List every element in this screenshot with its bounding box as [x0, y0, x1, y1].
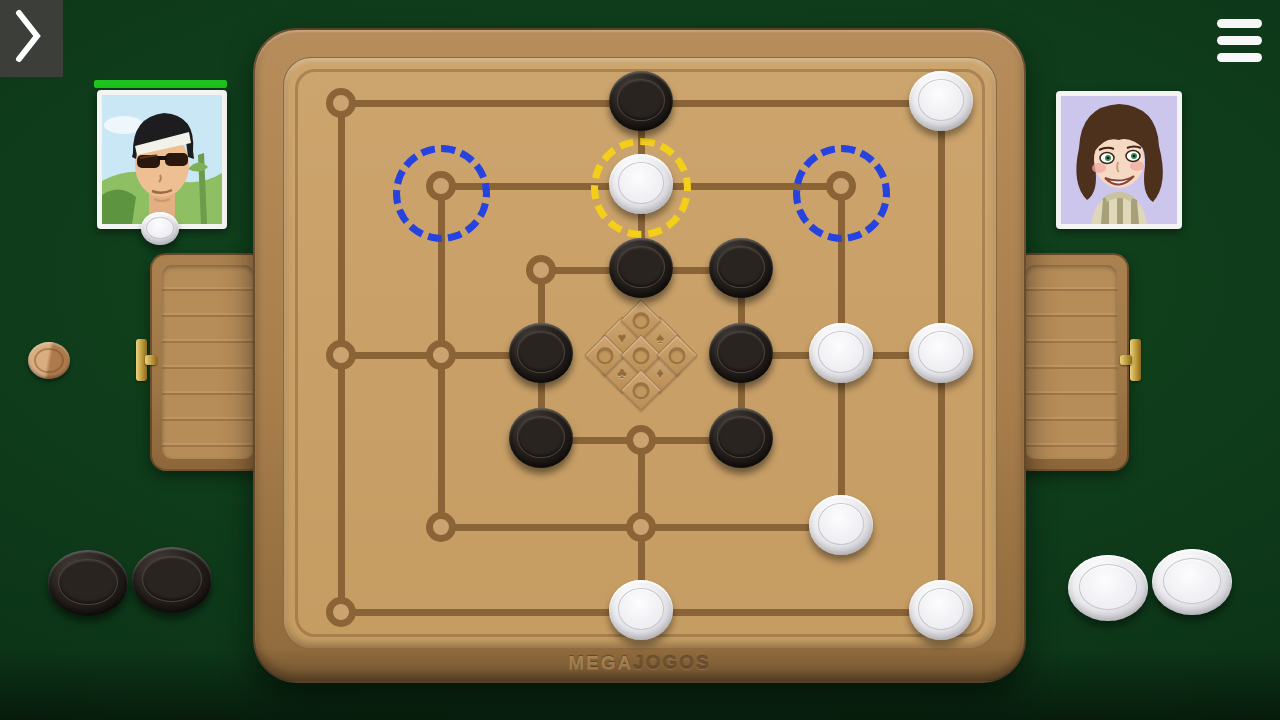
ornament-hole [629, 378, 653, 402]
captured-black-piece [132, 547, 212, 613]
captured-white-piece [1152, 549, 1232, 615]
hamburger-icon-bar [1217, 53, 1262, 62]
board-surface: ♥♠♣♦ [283, 57, 997, 649]
piece-face [142, 556, 201, 603]
piece-face [818, 331, 864, 372]
left-player-color-indicator-white-piece [141, 212, 179, 245]
piece-face [918, 588, 964, 629]
white-piece-g1[interactable] [909, 580, 973, 640]
ornament-hole [593, 343, 617, 367]
black-piece-c3[interactable] [509, 408, 573, 468]
black-piece-e5[interactable] [709, 238, 773, 298]
black-piece-e3[interactable] [709, 408, 773, 468]
piece-face [717, 416, 764, 459]
point-a4[interactable] [326, 340, 356, 370]
ornament-hole [629, 343, 653, 367]
hamburger-icon-bar [1217, 36, 1262, 45]
piece-face [818, 503, 864, 544]
back-chevron-icon [0, 0, 63, 77]
piece-face [617, 79, 664, 122]
piece-face [717, 246, 764, 289]
point-f6[interactable] [826, 171, 856, 201]
black-piece-e4[interactable] [709, 323, 773, 383]
point-b2[interactable] [426, 512, 456, 542]
menu-button[interactable] [1213, 15, 1267, 69]
board-logo: MEGAJOGOS [255, 652, 1024, 674]
right-tray-surface [1025, 265, 1117, 459]
point-a7[interactable] [326, 88, 356, 118]
suit-glyph: ♥ [618, 330, 627, 345]
ornament-hole [665, 343, 689, 367]
white-piece-f4[interactable] [809, 323, 873, 383]
piece-face [517, 331, 564, 374]
morris-board: ♥♠♣♦ MEGAJOGOS [253, 28, 1026, 683]
suit-glyph: ♠ [656, 330, 664, 345]
left-player-avatar[interactable] [97, 90, 227, 229]
unused-tan-piece [28, 342, 70, 379]
captured-black-piece [48, 550, 128, 616]
suit-glyph: ♦ [656, 365, 664, 380]
black-piece-d5[interactable] [609, 238, 673, 298]
left-player-timer-bar [94, 80, 227, 88]
white-piece-d6[interactable] [609, 154, 673, 214]
piece-face [1079, 564, 1137, 610]
black-piece-d7[interactable] [609, 71, 673, 131]
piece-face [618, 588, 664, 629]
piece-face [34, 348, 63, 374]
piece-face [618, 162, 664, 203]
piece-face [517, 416, 564, 459]
point-b6[interactable] [426, 171, 456, 201]
left-tray-surface [162, 265, 254, 459]
timer-fill [94, 80, 227, 88]
piece-face [617, 246, 664, 289]
white-piece-f2[interactable] [809, 495, 873, 555]
piece-face [1163, 558, 1221, 604]
piece-face [918, 331, 964, 372]
point-c5[interactable] [526, 255, 556, 285]
piece-face [146, 217, 173, 240]
piece-face [918, 79, 964, 120]
point-b4[interactable] [426, 340, 456, 370]
right-tray-handle-stub [1120, 355, 1132, 365]
white-piece-g4[interactable] [909, 323, 973, 383]
piece-face [58, 559, 117, 606]
right-player-avatar[interactable] [1056, 91, 1182, 229]
point-d2[interactable] [626, 512, 656, 542]
hamburger-icon-bar [1217, 19, 1262, 28]
game-table: ♥♠♣♦ MEGAJOGOS [0, 0, 1280, 720]
right-avatar-image [1061, 96, 1177, 224]
brand-jogos: JOGOS [633, 652, 711, 673]
left-avatar-image [102, 95, 222, 224]
piece-face [717, 331, 764, 374]
left-tray-handle-stub [145, 355, 157, 365]
suit-glyph: ♣ [617, 365, 627, 380]
left-piece-tray [150, 253, 266, 471]
back-button[interactable] [0, 0, 63, 77]
black-piece-c4[interactable] [509, 323, 573, 383]
white-piece-d1[interactable] [609, 580, 673, 640]
ornament-hole [629, 308, 653, 332]
white-piece-g7[interactable] [909, 71, 973, 131]
right-piece-tray [1013, 253, 1129, 471]
brand-mega: MEGA [568, 652, 633, 673]
point-a1[interactable] [326, 597, 356, 627]
point-d3[interactable] [626, 425, 656, 455]
captured-white-piece [1068, 555, 1148, 621]
